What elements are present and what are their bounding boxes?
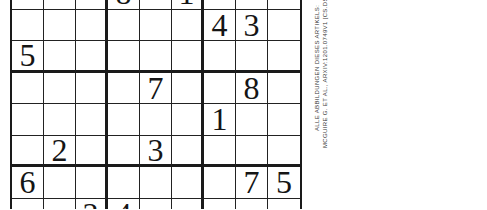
sudoku-cell-r4c9[interactable] xyxy=(268,73,300,105)
sudoku-cell-r4c8[interactable]: 8 xyxy=(236,73,268,105)
sudoku-cell-r2c6[interactable] xyxy=(172,10,204,42)
sudoku-cell-r7c9[interactable]: 5 xyxy=(268,167,300,199)
sudoku-cell-r1c4[interactable]: 8 xyxy=(108,0,140,10)
sudoku-cell-r8c2[interactable] xyxy=(44,199,76,210)
credit-line-2: MCGUIRE G. ET AL., ARXIV:1201.0749V1 [CS… xyxy=(322,0,329,148)
sudoku-cell-r5c4[interactable] xyxy=(108,104,140,136)
sudoku-cell-r4c2[interactable] xyxy=(44,73,76,105)
sudoku-cell-r2c4[interactable] xyxy=(108,10,140,42)
sudoku-cell-r7c5[interactable] xyxy=(140,167,172,199)
sudoku-cell-r5c1[interactable] xyxy=(12,104,44,136)
sudoku-cell-r8c3[interactable]: 3 xyxy=(76,199,108,210)
sudoku-cell-r2c2[interactable] xyxy=(44,10,76,42)
sudoku-cell-r8c9[interactable] xyxy=(268,199,300,210)
sudoku-cell-r2c5[interactable] xyxy=(140,10,172,42)
sudoku-cell-r6c1[interactable] xyxy=(12,136,44,168)
sudoku-cell-r8c1[interactable] xyxy=(12,199,44,210)
sudoku-cell-r1c5[interactable] xyxy=(140,0,172,10)
sudoku-cell-r7c6[interactable] xyxy=(172,167,204,199)
sudoku-cell-r4c5[interactable]: 7 xyxy=(140,73,172,105)
sudoku-cell-r2c9[interactable] xyxy=(268,10,300,42)
sudoku-cell-r6c8[interactable] xyxy=(236,136,268,168)
sudoku-cell-r8c5[interactable] xyxy=(140,199,172,210)
sudoku-cell-r1c9[interactable] xyxy=(268,0,300,10)
sudoku-cell-r3c7[interactable] xyxy=(204,41,236,73)
credit-line-1: ALLE ABBILDUNGEN DIESES ARTIKELS: xyxy=(314,5,321,131)
sudoku-cell-r1c1[interactable] xyxy=(12,0,44,10)
sudoku-cell-r7c7[interactable] xyxy=(204,167,236,199)
sudoku-cell-r6c7[interactable] xyxy=(204,136,236,168)
sudoku-cell-r8c4[interactable]: 4 xyxy=(108,199,140,210)
sudoku-cell-r5c9[interactable] xyxy=(268,104,300,136)
sudoku-cell-r4c7[interactable] xyxy=(204,73,236,105)
magazine-figure: 81435781236753426 ALLE ABBILDUNGEN DIESE… xyxy=(0,0,487,209)
sudoku-cell-r5c7[interactable]: 1 xyxy=(204,104,236,136)
sudoku-board: 81435781236753426 xyxy=(10,0,302,209)
sudoku-cell-r4c3[interactable] xyxy=(76,73,108,105)
sudoku-cell-r2c7[interactable]: 4 xyxy=(204,10,236,42)
sudoku-cell-r6c6[interactable] xyxy=(172,136,204,168)
sudoku-cell-r3c8[interactable] xyxy=(236,41,268,73)
sudoku-cell-r1c2[interactable] xyxy=(44,0,76,10)
sudoku-cell-r8c8[interactable] xyxy=(236,199,268,210)
sudoku-cell-r3c9[interactable] xyxy=(268,41,300,73)
sudoku-cell-r5c3[interactable] xyxy=(76,104,108,136)
sudoku-cell-r8c7[interactable] xyxy=(204,199,236,210)
sudoku-cell-r3c6[interactable] xyxy=(172,41,204,73)
sudoku-cell-r1c3[interactable] xyxy=(76,0,108,10)
sudoku-cell-r7c8[interactable]: 7 xyxy=(236,167,268,199)
sudoku-cell-r6c2[interactable]: 2 xyxy=(44,136,76,168)
sudoku-cell-r2c3[interactable] xyxy=(76,10,108,42)
sudoku-cell-r1c6[interactable]: 1 xyxy=(172,0,204,10)
sudoku-cell-r7c2[interactable] xyxy=(44,167,76,199)
sudoku-cell-r7c4[interactable] xyxy=(108,167,140,199)
sudoku-cell-r6c9[interactable] xyxy=(268,136,300,168)
sudoku-cell-r7c1[interactable]: 6 xyxy=(12,167,44,199)
sudoku-cell-r3c2[interactable] xyxy=(44,41,76,73)
sudoku-cell-r4c1[interactable] xyxy=(12,73,44,105)
sudoku-cell-r3c1[interactable]: 5 xyxy=(12,41,44,73)
sudoku-cell-r5c8[interactable] xyxy=(236,104,268,136)
sudoku-cell-r6c4[interactable] xyxy=(108,136,140,168)
sudoku-cell-r8c6[interactable] xyxy=(172,199,204,210)
sudoku-cell-r3c5[interactable] xyxy=(140,41,172,73)
sudoku-cell-r5c5[interactable] xyxy=(140,104,172,136)
sudoku-cell-r7c3[interactable] xyxy=(76,167,108,199)
sudoku-cell-r3c4[interactable] xyxy=(108,41,140,73)
sudoku-cell-r2c8[interactable]: 3 xyxy=(236,10,268,42)
sudoku-cell-r5c2[interactable] xyxy=(44,104,76,136)
sudoku-cell-r4c6[interactable] xyxy=(172,73,204,105)
sudoku-cell-r5c6[interactable] xyxy=(172,104,204,136)
sudoku-cell-r4c4[interactable] xyxy=(108,73,140,105)
sudoku-cell-r3c3[interactable] xyxy=(76,41,108,73)
sudoku-cell-r6c5[interactable]: 3 xyxy=(140,136,172,168)
sudoku-cell-r6c3[interactable] xyxy=(76,136,108,168)
